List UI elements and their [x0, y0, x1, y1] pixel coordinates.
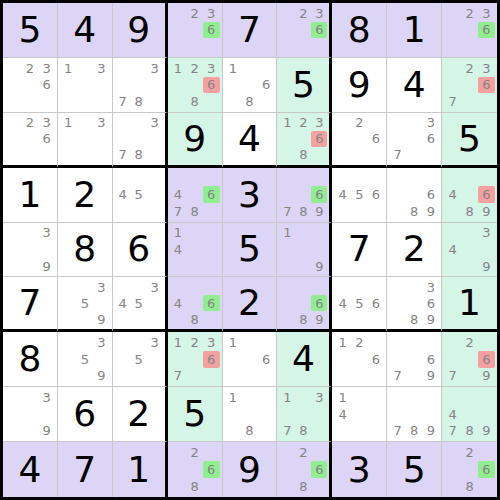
- candidate-9: 9: [422, 422, 439, 439]
- candidate-empty: [147, 295, 163, 311]
- candidate-empty: [22, 389, 39, 406]
- candidate-8: 8: [406, 422, 423, 439]
- cell-digit: 7: [18, 285, 41, 321]
- candidate-9: 9: [478, 422, 495, 439]
- candidate-empty: [422, 170, 439, 187]
- candidate-grid: 236: [3, 113, 57, 165]
- candidate-grid: 236: [442, 3, 497, 57]
- candidate-2: 2: [295, 5, 311, 22]
- candidate-empty: [478, 93, 495, 110]
- cell-r8c6[interactable]: 1378: [277, 387, 332, 442]
- candidate-empty: [203, 279, 220, 295]
- candidate-grid: 456: [332, 277, 386, 329]
- cell-digit: 7: [73, 452, 96, 488]
- candidate-empty: [461, 22, 478, 39]
- cell-r2c4[interactable]: 12368: [168, 58, 223, 113]
- candidate-empty: [351, 131, 368, 147]
- cell-r7c4[interactable]: 12367: [168, 332, 223, 387]
- candidate-3: 3: [478, 5, 495, 22]
- candidate-empty: [351, 422, 368, 439]
- candidate-empty: [77, 311, 94, 327]
- candidate-empty: [38, 93, 55, 110]
- candidate-empty: [478, 406, 495, 423]
- candidate-3: 3: [38, 60, 55, 77]
- candidate-9: 9: [478, 258, 495, 275]
- candidate-empty: [170, 22, 187, 39]
- cell-digit: 4: [73, 12, 96, 48]
- candidate-empty: [5, 406, 22, 423]
- candidate-empty: [241, 351, 258, 368]
- candidate-empty: [203, 225, 220, 242]
- candidate-empty: [351, 279, 368, 295]
- candidate-empty: [389, 389, 406, 406]
- cell-r8c3[interactable]: 2: [113, 387, 168, 442]
- candidate-6: 6: [258, 351, 275, 368]
- candidate-empty: [77, 147, 94, 163]
- cell-r3c1[interactable]: 236: [3, 113, 58, 168]
- candidate-empty: [5, 147, 22, 163]
- candidate-empty: [444, 170, 461, 187]
- candidate-5: 5: [131, 295, 147, 311]
- cell-r1c1[interactable]: 5: [3, 3, 58, 58]
- candidate-empty: [77, 368, 94, 385]
- candidate-empty: [225, 93, 242, 110]
- cell-r5c6[interactable]: 19: [277, 223, 332, 278]
- candidate-empty: [461, 461, 478, 478]
- cell-r3c2[interactable]: 13: [58, 113, 113, 168]
- candidate-grid: 12368: [277, 113, 329, 165]
- cell-r4c8[interactable]: 689: [387, 168, 442, 223]
- candidate-empty: [131, 368, 147, 385]
- cell-digit: 9: [127, 12, 150, 48]
- candidate-empty: [334, 351, 351, 368]
- cell-r9c9[interactable]: 268: [442, 442, 497, 497]
- candidate-empty: [22, 225, 39, 242]
- cell-r4c4[interactable]: 4678: [168, 168, 223, 223]
- candidate-empty: [444, 77, 461, 94]
- candidate-empty: [444, 461, 461, 478]
- cell-r4c5[interactable]: 3: [223, 168, 278, 223]
- candidate-empty: [334, 279, 351, 295]
- candidate-6: 6: [311, 295, 327, 311]
- cell-r2c6[interactable]: 5: [277, 58, 332, 113]
- cell-r9c6[interactable]: 268: [277, 442, 332, 497]
- cell-r3c6[interactable]: 12368: [277, 113, 332, 168]
- candidate-empty: [203, 368, 220, 385]
- candidate-empty: [389, 279, 406, 295]
- cell-r8c9[interactable]: 4789: [442, 387, 497, 442]
- cell-r7c1[interactable]: 8: [3, 332, 58, 387]
- cell-r5c3[interactable]: 6: [113, 223, 168, 278]
- cell-r6c9[interactable]: 1: [442, 277, 497, 332]
- candidate-empty: [38, 241, 55, 258]
- candidate-empty: [60, 334, 77, 351]
- cell-r9c1[interactable]: 4: [3, 442, 58, 497]
- cell-r8c2[interactable]: 6: [58, 387, 113, 442]
- candidate-7: 7: [389, 368, 406, 385]
- candidate-empty: [170, 311, 187, 327]
- cell-r6c2[interactable]: 359: [58, 277, 113, 332]
- cell-r9c4[interactable]: 268: [168, 442, 223, 497]
- cell-r2c7[interactable]: 9: [332, 58, 387, 113]
- cell-r1c3[interactable]: 9: [113, 3, 168, 58]
- cell-r4c9[interactable]: 4689: [442, 168, 497, 223]
- candidate-empty: [93, 93, 110, 110]
- cell-r3c9[interactable]: 5: [442, 113, 497, 168]
- candidate-8: 8: [186, 478, 203, 495]
- candidate-empty: [478, 334, 495, 351]
- cell-r5c8[interactable]: 2: [387, 223, 442, 278]
- candidate-empty: [461, 389, 478, 406]
- candidate-grid: 268: [277, 442, 329, 497]
- candidate-empty: [406, 279, 423, 295]
- cell-r6c3[interactable]: 345: [113, 277, 168, 332]
- candidate-6: 6: [258, 77, 275, 94]
- candidate-empty: [22, 258, 39, 275]
- candidate-grid: 4789: [442, 387, 497, 441]
- cell-r5c5[interactable]: 5: [223, 223, 278, 278]
- candidate-empty: [186, 241, 203, 258]
- candidate-7: 7: [279, 422, 295, 439]
- candidate-empty: [186, 295, 203, 311]
- cell-r1c7[interactable]: 8: [332, 3, 387, 58]
- candidate-empty: [225, 368, 242, 385]
- candidate-grid: 689: [277, 277, 329, 329]
- candidate-empty: [368, 203, 385, 220]
- candidate-empty: [186, 77, 203, 94]
- cell-r7c3[interactable]: 35: [113, 332, 168, 387]
- cell-r1c6[interactable]: 236: [277, 3, 332, 58]
- candidate-empty: [389, 203, 406, 220]
- candidate-empty: [77, 77, 94, 94]
- candidate-empty: [389, 115, 406, 131]
- cell-r7c8[interactable]: 679: [387, 332, 442, 387]
- candidate-empty: [368, 334, 385, 351]
- candidate-empty: [115, 170, 131, 187]
- candidate-empty: [60, 279, 77, 295]
- candidate-3: 3: [478, 60, 495, 77]
- cell-r2c2[interactable]: 13: [58, 58, 113, 113]
- candidate-empty: [38, 147, 55, 163]
- candidate-grid: 456: [332, 168, 386, 222]
- candidate-2: 2: [186, 5, 203, 22]
- candidate-6: 6: [422, 351, 439, 368]
- candidate-empty: [241, 77, 258, 94]
- candidate-8: 8: [131, 93, 147, 110]
- candidate-empty: [225, 351, 242, 368]
- candidate-empty: [225, 406, 242, 423]
- candidate-4: 4: [170, 186, 187, 203]
- cell-r1c5[interactable]: 7: [223, 3, 278, 58]
- candidate-grid: 679: [387, 332, 441, 386]
- candidate-empty: [461, 241, 478, 258]
- candidate-empty: [22, 422, 39, 439]
- candidate-4: 4: [444, 186, 461, 203]
- candidate-empty: [203, 203, 220, 220]
- cell-r2c5[interactable]: 168: [223, 58, 278, 113]
- candidate-grid: 16: [223, 332, 277, 386]
- candidate-empty: [131, 77, 147, 94]
- candidate-2: 2: [461, 60, 478, 77]
- candidate-empty: [368, 147, 385, 163]
- candidate-1: 1: [170, 225, 187, 242]
- candidate-empty: [444, 22, 461, 39]
- candidate-grid: 349: [442, 223, 497, 277]
- candidate-empty: [131, 170, 147, 187]
- candidate-empty: [93, 351, 110, 368]
- candidate-1: 1: [279, 389, 295, 406]
- candidate-empty: [203, 258, 220, 275]
- candidate-empty: [147, 131, 163, 147]
- cell-r6c7[interactable]: 456: [332, 277, 387, 332]
- cell-r2c3[interactable]: 378: [113, 58, 168, 113]
- candidate-empty: [422, 389, 439, 406]
- candidate-empty: [115, 334, 131, 351]
- candidate-empty: [131, 131, 147, 147]
- candidate-8: 8: [461, 422, 478, 439]
- cell-r6c6[interactable]: 689: [277, 277, 332, 332]
- candidate-4: 4: [444, 241, 461, 258]
- candidate-empty: [444, 389, 461, 406]
- candidate-3: 3: [203, 60, 220, 77]
- candidate-3: 3: [93, 115, 110, 131]
- cell-r2c1[interactable]: 236: [3, 58, 58, 113]
- candidate-empty: [241, 334, 258, 351]
- cell-digit: 7: [238, 12, 261, 48]
- cell-r7c7[interactable]: 126: [332, 332, 387, 387]
- cell-r1c4[interactable]: 236: [168, 3, 223, 58]
- candidate-empty: [170, 258, 187, 275]
- candidate-9: 9: [478, 203, 495, 220]
- candidate-empty: [406, 147, 423, 163]
- cell-r5c9[interactable]: 349: [442, 223, 497, 278]
- candidate-8: 8: [131, 147, 147, 163]
- candidate-grid: 6789: [277, 168, 329, 222]
- cell-r6c4[interactable]: 468: [168, 277, 223, 332]
- cell-r3c3[interactable]: 378: [113, 113, 168, 168]
- candidate-1: 1: [279, 225, 295, 242]
- candidate-empty: [478, 478, 495, 495]
- candidate-grid: 14: [168, 223, 222, 277]
- candidate-empty: [351, 170, 368, 187]
- cell-r6c1[interactable]: 7: [3, 277, 58, 332]
- cell-r9c7[interactable]: 3: [332, 442, 387, 497]
- cell-r1c8[interactable]: 1: [387, 3, 442, 58]
- candidate-9: 9: [422, 203, 439, 220]
- cell-r2c9[interactable]: 2367: [442, 58, 497, 113]
- cell-r1c2[interactable]: 4: [58, 3, 113, 58]
- candidate-empty: [60, 311, 77, 327]
- cell-r4c1[interactable]: 1: [3, 168, 58, 223]
- candidate-9: 9: [93, 311, 110, 327]
- candidate-empty: [311, 406, 327, 423]
- candidate-grid: 468: [168, 277, 222, 329]
- candidate-empty: [478, 389, 495, 406]
- cell-r8c8[interactable]: 789: [387, 387, 442, 442]
- candidate-3: 3: [93, 279, 110, 295]
- candidate-empty: [311, 225, 327, 242]
- candidate-empty: [368, 170, 385, 187]
- candidate-empty: [5, 131, 22, 147]
- candidate-empty: [258, 60, 275, 77]
- cell-r8c1[interactable]: 39: [3, 387, 58, 442]
- candidate-9: 9: [311, 311, 327, 327]
- candidate-empty: [295, 22, 311, 39]
- candidate-empty: [461, 258, 478, 275]
- cell-r6c5[interactable]: 2: [223, 277, 278, 332]
- cell-r7c2[interactable]: 359: [58, 332, 113, 387]
- candidate-grid: 12368: [168, 58, 222, 112]
- candidate-empty: [368, 115, 385, 131]
- cell-r3c4[interactable]: 9: [168, 113, 223, 168]
- candidate-empty: [351, 368, 368, 385]
- cell-r5c1[interactable]: 39: [3, 223, 58, 278]
- candidate-empty: [311, 444, 327, 461]
- candidate-grid: 367: [387, 113, 441, 165]
- candidate-grid: 13: [58, 58, 112, 112]
- candidate-empty: [444, 444, 461, 461]
- cell-r4c7[interactable]: 456: [332, 168, 387, 223]
- candidate-2: 2: [461, 444, 478, 461]
- candidate-empty: [147, 351, 163, 368]
- candidate-8: 8: [241, 93, 258, 110]
- candidate-empty: [461, 93, 478, 110]
- candidate-empty: [406, 170, 423, 187]
- candidate-empty: [5, 60, 22, 77]
- candidate-grid: 268: [442, 442, 497, 497]
- candidate-6: 6: [311, 22, 327, 39]
- candidate-6: 6: [38, 77, 55, 94]
- cell-r3c5[interactable]: 4: [223, 113, 278, 168]
- cell-r7c5[interactable]: 16: [223, 332, 278, 387]
- candidate-1: 1: [334, 389, 351, 406]
- candidate-empty: [186, 351, 203, 368]
- candidate-grid: 13: [58, 113, 112, 165]
- cell-r8c7[interactable]: 14: [332, 387, 387, 442]
- candidate-9: 9: [38, 422, 55, 439]
- candidate-empty: [334, 368, 351, 385]
- cell-digit: 1: [403, 12, 426, 48]
- cell-r7c9[interactable]: 2679: [442, 332, 497, 387]
- candidate-9: 9: [38, 258, 55, 275]
- sudoku-board: 5492367236812362361337812368168594236723…: [0, 0, 500, 500]
- cell-r6c8[interactable]: 3689: [387, 277, 442, 332]
- candidate-2: 2: [461, 334, 478, 351]
- cell-r9c5[interactable]: 9: [223, 442, 278, 497]
- candidate-7: 7: [115, 93, 131, 110]
- cell-digit: 8: [73, 231, 96, 267]
- candidate-empty: [241, 60, 258, 77]
- cell-r1c9[interactable]: 236: [442, 3, 497, 58]
- candidate-empty: [279, 186, 295, 203]
- candidate-3: 3: [311, 389, 327, 406]
- cell-r4c3[interactable]: 45: [113, 168, 168, 223]
- cell-r8c4[interactable]: 5: [168, 387, 223, 442]
- candidate-empty: [444, 225, 461, 242]
- cell-r5c4[interactable]: 14: [168, 223, 223, 278]
- candidate-empty: [461, 225, 478, 242]
- candidate-1: 1: [225, 389, 242, 406]
- candidate-empty: [131, 203, 147, 220]
- candidate-empty: [131, 334, 147, 351]
- cell-r9c2[interactable]: 7: [58, 442, 113, 497]
- candidate-empty: [203, 38, 220, 55]
- candidate-empty: [295, 131, 311, 147]
- candidate-empty: [406, 368, 423, 385]
- candidate-9: 9: [422, 311, 439, 327]
- candidate-empty: [461, 77, 478, 94]
- cell-r4c6[interactable]: 6789: [277, 168, 332, 223]
- candidate-empty: [368, 422, 385, 439]
- candidate-empty: [279, 478, 295, 495]
- cell-digit: 5: [458, 121, 481, 157]
- cell-r7c6[interactable]: 4: [277, 332, 332, 387]
- candidate-empty: [77, 334, 94, 351]
- candidate-empty: [311, 478, 327, 495]
- candidate-empty: [170, 93, 187, 110]
- cell-r9c8[interactable]: 5: [387, 442, 442, 497]
- candidate-empty: [93, 147, 110, 163]
- candidate-1: 1: [334, 334, 351, 351]
- candidate-grid: 168: [223, 58, 277, 112]
- candidate-empty: [147, 147, 163, 163]
- candidate-2: 2: [461, 5, 478, 22]
- candidate-6: 6: [478, 77, 495, 94]
- candidate-grid: 39: [3, 223, 57, 277]
- cell-r4c2[interactable]: 2: [58, 168, 113, 223]
- candidate-7: 7: [444, 93, 461, 110]
- candidate-empty: [186, 258, 203, 275]
- candidate-5: 5: [77, 295, 94, 311]
- candidate-empty: [60, 295, 77, 311]
- candidate-8: 8: [241, 422, 258, 439]
- cell-digit: 4: [292, 341, 315, 377]
- candidate-empty: [60, 77, 77, 94]
- cell-r3c8[interactable]: 367: [387, 113, 442, 168]
- candidate-empty: [115, 368, 131, 385]
- candidate-empty: [147, 368, 163, 385]
- cell-r3c7[interactable]: 26: [332, 113, 387, 168]
- candidate-6: 6: [478, 351, 495, 368]
- candidate-empty: [170, 444, 187, 461]
- cell-digit: 6: [73, 396, 96, 432]
- candidate-empty: [93, 77, 110, 94]
- candidate-empty: [295, 38, 311, 55]
- candidate-empty: [334, 115, 351, 131]
- candidate-empty: [279, 258, 295, 275]
- candidate-empty: [147, 93, 163, 110]
- candidate-empty: [115, 131, 131, 147]
- candidate-9: 9: [311, 203, 327, 220]
- candidate-empty: [406, 334, 423, 351]
- candidate-empty: [93, 295, 110, 311]
- candidate-empty: [295, 279, 311, 295]
- candidate-empty: [115, 77, 131, 94]
- cell-r2c8[interactable]: 4: [387, 58, 442, 113]
- candidate-grid: 4678: [168, 168, 222, 222]
- candidate-6: 6: [368, 131, 385, 147]
- cell-r5c7[interactable]: 7: [332, 223, 387, 278]
- candidate-7: 7: [170, 203, 187, 220]
- cell-r5c2[interactable]: 8: [58, 223, 113, 278]
- candidate-3: 3: [93, 60, 110, 77]
- candidate-8: 8: [406, 203, 423, 220]
- candidate-7: 7: [444, 368, 461, 385]
- candidate-6: 6: [203, 77, 220, 94]
- cell-r8c5[interactable]: 18: [223, 387, 278, 442]
- candidate-grid: 268: [168, 442, 222, 497]
- cell-r9c3[interactable]: 1: [113, 442, 168, 497]
